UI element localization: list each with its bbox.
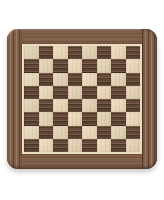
square-d6 <box>68 73 83 86</box>
square-b6 <box>39 73 54 86</box>
square-g5 <box>111 86 126 99</box>
square-d7 <box>68 59 83 72</box>
square-e4 <box>82 99 97 112</box>
square-f1 <box>97 139 112 152</box>
square-h7 <box>126 59 141 72</box>
square-f3 <box>97 112 112 125</box>
square-e5 <box>82 86 97 99</box>
square-a3 <box>24 112 39 125</box>
chess-board[interactable] <box>7 29 157 169</box>
square-g4 <box>111 99 126 112</box>
product-photo <box>0 0 164 200</box>
square-f7 <box>97 59 112 72</box>
board-grid <box>24 46 140 152</box>
square-h6 <box>126 73 141 86</box>
square-e8 <box>82 46 97 59</box>
square-a8 <box>24 46 39 59</box>
square-c2 <box>53 126 68 139</box>
square-d8 <box>68 46 83 59</box>
board-playing-area <box>22 44 142 154</box>
square-c8 <box>53 46 68 59</box>
square-b8 <box>39 46 54 59</box>
square-d1 <box>68 139 83 152</box>
square-b4 <box>39 99 54 112</box>
square-g7 <box>111 59 126 72</box>
square-a7 <box>24 59 39 72</box>
square-d4 <box>68 99 83 112</box>
square-e1 <box>82 139 97 152</box>
square-e2 <box>82 126 97 139</box>
square-c1 <box>53 139 68 152</box>
square-f6 <box>97 73 112 86</box>
square-a4 <box>24 99 39 112</box>
square-h3 <box>126 112 141 125</box>
square-f8 <box>97 46 112 59</box>
square-b1 <box>39 139 54 152</box>
square-d2 <box>68 126 83 139</box>
square-d3 <box>68 112 83 125</box>
square-h5 <box>126 86 141 99</box>
square-f5 <box>97 86 112 99</box>
square-g8 <box>111 46 126 59</box>
square-g1 <box>111 139 126 152</box>
square-a2 <box>24 126 39 139</box>
square-c6 <box>53 73 68 86</box>
square-c3 <box>53 112 68 125</box>
square-d5 <box>68 86 83 99</box>
square-e6 <box>82 73 97 86</box>
square-a5 <box>24 86 39 99</box>
board-frame-left <box>7 29 22 169</box>
square-e3 <box>82 112 97 125</box>
square-h2 <box>126 126 141 139</box>
square-h8 <box>126 46 141 59</box>
square-c4 <box>53 99 68 112</box>
square-c7 <box>53 59 68 72</box>
square-g3 <box>111 112 126 125</box>
square-g6 <box>111 73 126 86</box>
square-a1 <box>24 139 39 152</box>
square-b3 <box>39 112 54 125</box>
square-b5 <box>39 86 54 99</box>
square-h4 <box>126 99 141 112</box>
square-c5 <box>53 86 68 99</box>
square-f4 <box>97 99 112 112</box>
square-f2 <box>97 126 112 139</box>
square-e7 <box>82 59 97 72</box>
board-frame-right <box>142 29 157 169</box>
square-b7 <box>39 59 54 72</box>
square-b2 <box>39 126 54 139</box>
square-a6 <box>24 73 39 86</box>
square-g2 <box>111 126 126 139</box>
square-h1 <box>126 139 141 152</box>
